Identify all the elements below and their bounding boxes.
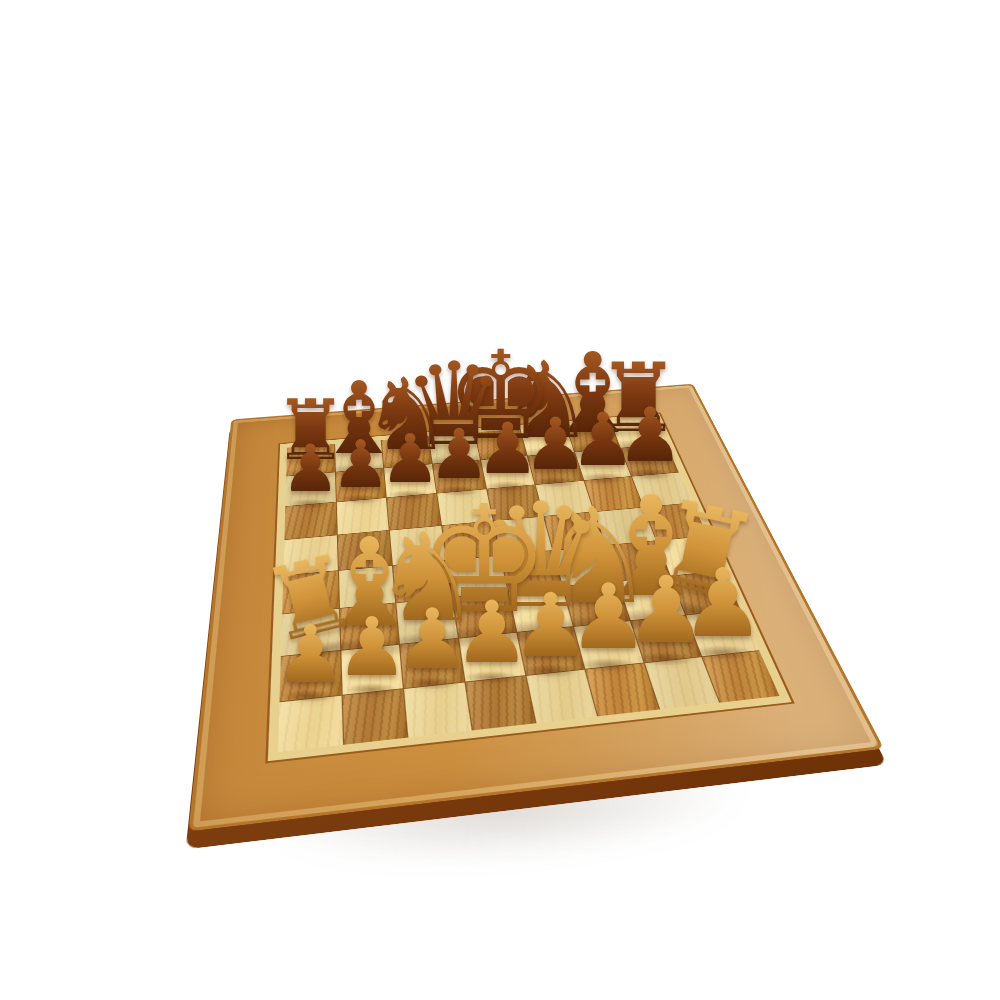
stage: ♜♝♞♛♚♞♝♜♟♟♟♟♟♟♟♟♜♝♞♚♛♞♝♜♟♟♟♟♟♟♟♟ bbox=[0, 0, 1000, 1000]
piece-dark-pawn-a7[interactable]: ♟ bbox=[281, 437, 339, 502]
square-f1[interactable] bbox=[586, 664, 659, 717]
square-b1[interactable] bbox=[342, 689, 407, 744]
square-d1[interactable] bbox=[466, 676, 535, 730]
square-a1[interactable] bbox=[278, 696, 343, 752]
square-c1[interactable] bbox=[404, 683, 471, 738]
square-e1[interactable] bbox=[526, 670, 597, 723]
piece-dark-pawn-b7[interactable]: ♟ bbox=[331, 432, 390, 498]
piece-light-pawn-b2[interactable]: ♟ bbox=[336, 607, 408, 688]
piece-light-pawn-a2[interactable]: ♟ bbox=[274, 615, 346, 695]
